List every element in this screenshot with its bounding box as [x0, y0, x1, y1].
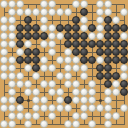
white-stone[interactable]: [0, 104, 8, 112]
white-stone[interactable]: [40, 120, 48, 128]
white-stone[interactable]: [16, 72, 24, 80]
white-stone[interactable]: [24, 40, 32, 48]
white-stone[interactable]: [80, 0, 88, 8]
black-stone[interactable]: [112, 24, 120, 32]
black-stone[interactable]: [40, 32, 48, 40]
black-stone[interactable]: [120, 24, 128, 32]
white-stone[interactable]: [112, 16, 120, 24]
white-stone[interactable]: [80, 88, 88, 96]
black-stone[interactable]: [88, 56, 96, 64]
white-stone[interactable]: [64, 120, 72, 128]
black-stone[interactable]: [72, 40, 80, 48]
white-stone[interactable]: [16, 48, 24, 56]
black-stone[interactable]: [80, 8, 88, 16]
white-stone[interactable]: [72, 80, 80, 88]
white-stone[interactable]: [96, 0, 104, 8]
white-stone[interactable]: [8, 32, 16, 40]
white-stone[interactable]: [40, 80, 48, 88]
black-stone[interactable]: [32, 56, 40, 64]
white-stone[interactable]: [96, 32, 104, 40]
black-stone[interactable]: [120, 48, 128, 56]
white-stone[interactable]: [40, 96, 48, 104]
black-stone[interactable]: [24, 48, 32, 56]
white-stone[interactable]: [8, 112, 16, 120]
white-stone[interactable]: [112, 80, 120, 88]
white-stone[interactable]: [80, 24, 88, 32]
white-stone[interactable]: [96, 56, 104, 64]
white-stone[interactable]: [32, 104, 40, 112]
white-stone[interactable]: [0, 40, 8, 48]
white-stone[interactable]: [32, 88, 40, 96]
white-stone[interactable]: [16, 8, 24, 16]
white-stone[interactable]: [48, 104, 56, 112]
white-stone[interactable]: [56, 72, 64, 80]
white-stone[interactable]: [0, 96, 8, 104]
black-stone[interactable]: [120, 88, 128, 96]
white-stone[interactable]: [0, 120, 8, 128]
white-stone[interactable]: [8, 120, 16, 128]
white-stone[interactable]: [96, 104, 104, 112]
black-stone[interactable]: [32, 48, 40, 56]
white-stone[interactable]: [56, 32, 64, 40]
white-stone[interactable]: [56, 88, 64, 96]
white-stone[interactable]: [80, 16, 88, 24]
black-stone[interactable]: [104, 56, 112, 64]
black-stone[interactable]: [120, 40, 128, 48]
white-stone[interactable]: [40, 16, 48, 24]
black-stone[interactable]: [32, 32, 40, 40]
white-stone[interactable]: [80, 104, 88, 112]
white-stone[interactable]: [120, 64, 128, 72]
white-stone[interactable]: [16, 0, 24, 8]
black-stone[interactable]: [104, 24, 112, 32]
black-stone[interactable]: [88, 40, 96, 48]
white-stone[interactable]: [32, 112, 40, 120]
black-stone[interactable]: [16, 40, 24, 48]
white-stone[interactable]: [8, 72, 16, 80]
white-stone[interactable]: [64, 48, 72, 56]
white-stone[interactable]: [64, 8, 72, 16]
white-stone[interactable]: [104, 112, 112, 120]
white-stone[interactable]: [48, 8, 56, 16]
white-stone[interactable]: [48, 48, 56, 56]
white-stone[interactable]: [64, 104, 72, 112]
white-stone[interactable]: [48, 64, 56, 72]
black-stone[interactable]: [24, 24, 32, 32]
white-stone[interactable]: [88, 104, 96, 112]
white-stone[interactable]: [24, 80, 32, 88]
white-stone[interactable]: [112, 88, 120, 96]
white-stone[interactable]: [48, 112, 56, 120]
white-stone[interactable]: [120, 32, 128, 40]
white-stone[interactable]: [80, 112, 88, 120]
white-stone[interactable]: [72, 0, 80, 8]
white-stone[interactable]: [88, 88, 96, 96]
white-stone[interactable]: [104, 8, 112, 16]
white-stone[interactable]: [104, 96, 112, 104]
white-stone[interactable]: [32, 96, 40, 104]
white-stone[interactable]: [40, 0, 48, 8]
white-stone[interactable]: [64, 80, 72, 88]
white-stone[interactable]: [72, 64, 80, 72]
white-stone[interactable]: [80, 64, 88, 72]
hoshi-point: [99, 99, 102, 102]
white-stone[interactable]: [16, 80, 24, 88]
white-stone[interactable]: [104, 0, 112, 8]
white-stone[interactable]: [48, 32, 56, 40]
white-stone[interactable]: [8, 104, 16, 112]
black-stone[interactable]: [80, 56, 88, 64]
white-stone[interactable]: [16, 112, 24, 120]
black-stone[interactable]: [112, 56, 120, 64]
white-stone[interactable]: [16, 104, 24, 112]
white-stone[interactable]: [24, 120, 32, 128]
white-stone[interactable]: [40, 24, 48, 32]
go-board[interactable]: [0, 0, 128, 128]
white-stone[interactable]: [120, 104, 128, 112]
white-stone[interactable]: [80, 72, 88, 80]
black-stone[interactable]: [80, 32, 88, 40]
white-stone[interactable]: [24, 112, 32, 120]
white-stone[interactable]: [32, 72, 40, 80]
white-stone[interactable]: [48, 0, 56, 8]
black-stone[interactable]: [104, 72, 112, 80]
white-stone[interactable]: [24, 8, 32, 16]
white-stone[interactable]: [88, 96, 96, 104]
black-stone[interactable]: [80, 40, 88, 48]
white-stone[interactable]: [104, 120, 112, 128]
white-stone[interactable]: [48, 80, 56, 88]
black-stone[interactable]: [24, 32, 32, 40]
white-stone[interactable]: [8, 24, 16, 32]
black-stone[interactable]: [120, 56, 128, 64]
black-stone[interactable]: [96, 48, 104, 56]
black-stone[interactable]: [24, 16, 32, 24]
white-stone[interactable]: [72, 88, 80, 96]
white-stone[interactable]: [48, 88, 56, 96]
white-stone[interactable]: [72, 96, 80, 104]
white-stone[interactable]: [48, 24, 56, 32]
white-stone[interactable]: [0, 72, 8, 80]
black-stone[interactable]: [32, 24, 40, 32]
black-stone[interactable]: [104, 80, 112, 88]
white-stone[interactable]: [88, 120, 96, 128]
white-stone[interactable]: [88, 80, 96, 88]
hoshi-point: [27, 99, 30, 102]
white-stone[interactable]: [0, 32, 8, 40]
white-stone[interactable]: [40, 40, 48, 48]
black-stone[interactable]: [104, 40, 112, 48]
black-stone[interactable]: [64, 96, 72, 104]
black-stone[interactable]: [104, 64, 112, 72]
black-stone[interactable]: [112, 32, 120, 40]
white-stone[interactable]: [40, 8, 48, 16]
white-stone[interactable]: [8, 64, 16, 72]
white-stone[interactable]: [88, 32, 96, 40]
white-stone[interactable]: [104, 104, 112, 112]
white-stone[interactable]: [72, 120, 80, 128]
black-stone[interactable]: [72, 16, 80, 24]
black-stone[interactable]: [112, 40, 120, 48]
black-stone[interactable]: [88, 24, 96, 32]
white-stone[interactable]: [40, 56, 48, 64]
white-stone[interactable]: [0, 56, 8, 64]
white-stone[interactable]: [0, 64, 8, 72]
black-stone[interactable]: [80, 48, 88, 56]
white-stone[interactable]: [8, 56, 16, 64]
white-stone[interactable]: [32, 8, 40, 16]
white-stone[interactable]: [8, 88, 16, 96]
white-stone[interactable]: [56, 8, 64, 16]
white-stone[interactable]: [104, 88, 112, 96]
white-stone[interactable]: [120, 8, 128, 16]
black-stone[interactable]: [64, 40, 72, 48]
black-stone[interactable]: [24, 56, 32, 64]
black-stone[interactable]: [16, 32, 24, 40]
white-stone[interactable]: [8, 80, 16, 88]
white-stone[interactable]: [112, 112, 120, 120]
black-stone[interactable]: [96, 64, 104, 72]
black-stone[interactable]: [104, 48, 112, 56]
white-stone[interactable]: [96, 16, 104, 24]
black-stone[interactable]: [72, 24, 80, 32]
white-stone[interactable]: [56, 96, 64, 104]
white-stone[interactable]: [0, 24, 8, 32]
black-stone[interactable]: [120, 80, 128, 88]
white-stone[interactable]: [80, 96, 88, 104]
black-stone[interactable]: [16, 56, 24, 64]
black-stone[interactable]: [56, 24, 64, 32]
white-stone[interactable]: [72, 112, 80, 120]
white-stone[interactable]: [64, 56, 72, 64]
black-stone[interactable]: [16, 96, 24, 104]
white-stone[interactable]: [8, 16, 16, 24]
white-stone[interactable]: [24, 88, 32, 96]
white-stone[interactable]: [40, 104, 48, 112]
white-stone[interactable]: [56, 56, 64, 64]
black-stone[interactable]: [16, 24, 24, 32]
black-stone[interactable]: [72, 48, 80, 56]
white-stone[interactable]: [72, 56, 80, 64]
white-stone[interactable]: [120, 72, 128, 80]
white-stone[interactable]: [0, 48, 8, 56]
white-stone[interactable]: [56, 104, 64, 112]
black-stone[interactable]: [32, 64, 40, 72]
white-stone[interactable]: [8, 8, 16, 16]
black-stone[interactable]: [104, 32, 112, 40]
black-stone[interactable]: [112, 72, 120, 80]
white-stone[interactable]: [96, 8, 104, 16]
black-stone[interactable]: [112, 48, 120, 56]
black-stone[interactable]: [96, 72, 104, 80]
white-stone[interactable]: [8, 0, 16, 8]
white-stone[interactable]: [96, 24, 104, 32]
black-stone[interactable]: [72, 32, 80, 40]
black-stone[interactable]: [64, 24, 72, 32]
white-stone[interactable]: [8, 40, 16, 48]
white-stone[interactable]: [64, 64, 72, 72]
black-stone[interactable]: [64, 32, 72, 40]
black-stone[interactable]: [96, 40, 104, 48]
white-stone[interactable]: [0, 0, 8, 8]
black-stone[interactable]: [104, 16, 112, 24]
white-stone[interactable]: [24, 64, 32, 72]
white-stone[interactable]: [64, 72, 72, 80]
white-stone[interactable]: [40, 64, 48, 72]
white-stone[interactable]: [0, 16, 8, 24]
white-stone[interactable]: [8, 96, 16, 104]
white-stone[interactable]: [48, 40, 56, 48]
